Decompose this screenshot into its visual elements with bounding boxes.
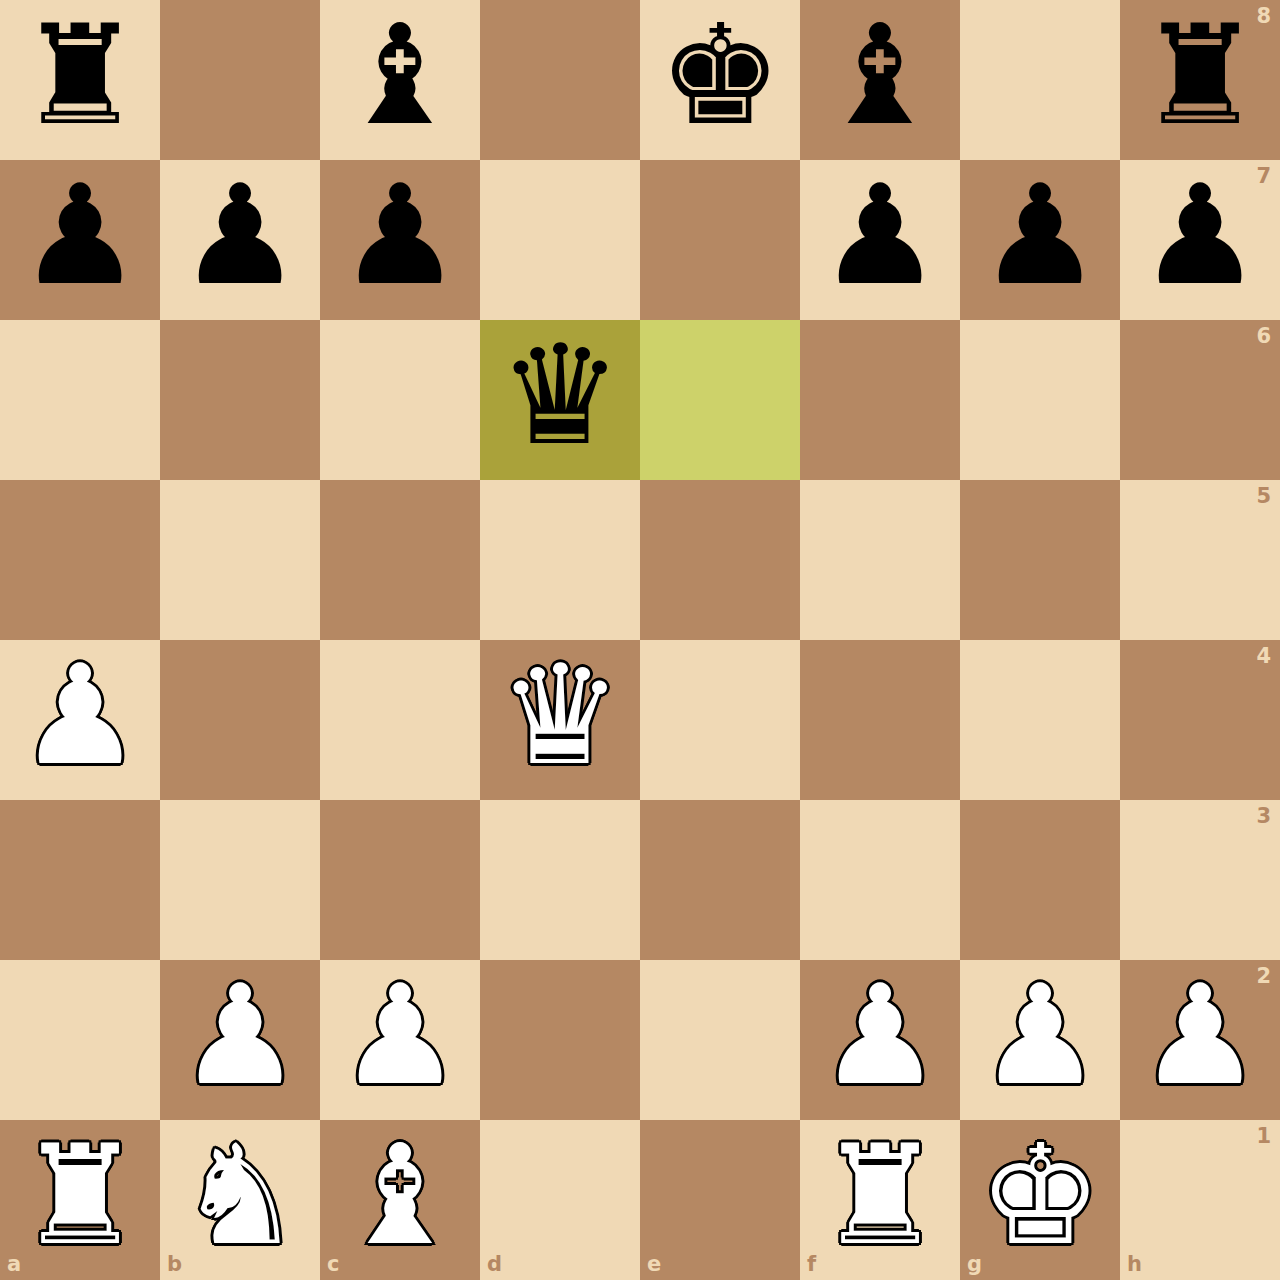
square-f7[interactable]: ♟ <box>800 160 960 320</box>
white-queen[interactable]: ♛ <box>498 636 622 796</box>
square-b3[interactable] <box>160 800 320 960</box>
square-h2[interactable]: ♟2 <box>1120 960 1280 1120</box>
square-c3[interactable] <box>320 800 480 960</box>
square-b2[interactable]: ♟ <box>160 960 320 1120</box>
white-pawn[interactable]: ♟ <box>978 956 1102 1116</box>
black-pawn[interactable]: ♟ <box>978 156 1102 316</box>
rank-label-8: 8 <box>1256 6 1271 27</box>
square-a6[interactable] <box>0 320 160 480</box>
white-pawn[interactable]: ♟ <box>1138 956 1262 1116</box>
square-b5[interactable] <box>160 480 320 640</box>
file-label-a: a <box>7 1254 21 1275</box>
white-pawn[interactable]: ♟ <box>178 956 302 1116</box>
square-h3[interactable]: 3 <box>1120 800 1280 960</box>
square-g8[interactable] <box>960 0 1120 160</box>
chess-board: ♜♝♚♝♜8♟♟♟♟♟♟7♛65♟♛43♟♟♟♟♟2♜a♞b♝cde♜f♚gh1 <box>0 0 1280 1280</box>
file-label-e: e <box>647 1254 661 1275</box>
square-a4[interactable]: ♟ <box>0 640 160 800</box>
square-a3[interactable] <box>0 800 160 960</box>
square-g7[interactable]: ♟ <box>960 160 1120 320</box>
white-king[interactable]: ♚ <box>978 1116 1102 1276</box>
square-f2[interactable]: ♟ <box>800 960 960 1120</box>
square-h5[interactable]: 5 <box>1120 480 1280 640</box>
square-c2[interactable]: ♟ <box>320 960 480 1120</box>
square-f6[interactable] <box>800 320 960 480</box>
square-e1[interactable]: e <box>640 1120 800 1280</box>
square-c6[interactable] <box>320 320 480 480</box>
rank-label-6: 6 <box>1256 326 1271 347</box>
square-g2[interactable]: ♟ <box>960 960 1120 1120</box>
file-label-c: c <box>327 1254 339 1275</box>
square-h6[interactable]: 6 <box>1120 320 1280 480</box>
black-pawn[interactable]: ♟ <box>178 156 302 316</box>
rank-label-1: 1 <box>1256 1126 1271 1147</box>
white-rook[interactable]: ♜ <box>18 1116 142 1276</box>
black-rook[interactable]: ♜ <box>1138 0 1262 156</box>
black-pawn[interactable]: ♟ <box>818 156 942 316</box>
square-h8[interactable]: ♜8 <box>1120 0 1280 160</box>
file-label-f: f <box>807 1254 816 1275</box>
square-d2[interactable] <box>480 960 640 1120</box>
square-b6[interactable] <box>160 320 320 480</box>
square-a1[interactable]: ♜a <box>0 1120 160 1280</box>
square-a7[interactable]: ♟ <box>0 160 160 320</box>
black-queen[interactable]: ♛ <box>498 316 622 476</box>
square-c8[interactable]: ♝ <box>320 0 480 160</box>
rank-label-2: 2 <box>1256 966 1271 987</box>
white-pawn[interactable]: ♟ <box>338 956 462 1116</box>
square-e5[interactable] <box>640 480 800 640</box>
square-f4[interactable] <box>800 640 960 800</box>
square-h4[interactable]: 4 <box>1120 640 1280 800</box>
square-g5[interactable] <box>960 480 1120 640</box>
black-bishop[interactable]: ♝ <box>818 0 942 156</box>
square-e6[interactable] <box>640 320 800 480</box>
black-king[interactable]: ♚ <box>658 0 782 156</box>
file-label-d: d <box>487 1254 502 1275</box>
square-d6[interactable]: ♛ <box>480 320 640 480</box>
white-pawn[interactable]: ♟ <box>818 956 942 1116</box>
black-pawn[interactable]: ♟ <box>18 156 142 316</box>
file-label-h: h <box>1127 1254 1142 1275</box>
rank-label-5: 5 <box>1256 486 1271 507</box>
square-g1[interactable]: ♚g <box>960 1120 1120 1280</box>
square-f5[interactable] <box>800 480 960 640</box>
square-d5[interactable] <box>480 480 640 640</box>
square-g4[interactable] <box>960 640 1120 800</box>
square-a5[interactable] <box>0 480 160 640</box>
square-e2[interactable] <box>640 960 800 1120</box>
square-f3[interactable] <box>800 800 960 960</box>
square-f8[interactable]: ♝ <box>800 0 960 160</box>
rank-label-3: 3 <box>1256 806 1271 827</box>
square-g3[interactable] <box>960 800 1120 960</box>
square-a2[interactable] <box>0 960 160 1120</box>
square-e3[interactable] <box>640 800 800 960</box>
black-rook[interactable]: ♜ <box>18 0 142 156</box>
rank-label-4: 4 <box>1256 646 1271 667</box>
rank-label-7: 7 <box>1256 166 1271 187</box>
square-a8[interactable]: ♜ <box>0 0 160 160</box>
square-d7[interactable] <box>480 160 640 320</box>
white-bishop[interactable]: ♝ <box>338 1116 462 1276</box>
square-h7[interactable]: ♟7 <box>1120 160 1280 320</box>
square-d4[interactable]: ♛ <box>480 640 640 800</box>
square-e4[interactable] <box>640 640 800 800</box>
square-d8[interactable] <box>480 0 640 160</box>
square-d3[interactable] <box>480 800 640 960</box>
square-b4[interactable] <box>160 640 320 800</box>
square-b1[interactable]: ♞b <box>160 1120 320 1280</box>
square-c4[interactable] <box>320 640 480 800</box>
white-rook[interactable]: ♜ <box>818 1116 942 1276</box>
square-c7[interactable]: ♟ <box>320 160 480 320</box>
black-pawn[interactable]: ♟ <box>338 156 462 316</box>
square-b8[interactable] <box>160 0 320 160</box>
black-bishop[interactable]: ♝ <box>338 0 462 156</box>
square-h1[interactable]: h1 <box>1120 1120 1280 1280</box>
white-pawn[interactable]: ♟ <box>18 636 142 796</box>
square-f1[interactable]: ♜f <box>800 1120 960 1280</box>
file-label-b: b <box>167 1254 182 1275</box>
white-knight[interactable]: ♞ <box>178 1116 302 1276</box>
file-label-g: g <box>967 1254 982 1275</box>
square-c5[interactable] <box>320 480 480 640</box>
square-e8[interactable]: ♚ <box>640 0 800 160</box>
square-c1[interactable]: ♝c <box>320 1120 480 1280</box>
square-g6[interactable] <box>960 320 1120 480</box>
square-b7[interactable]: ♟ <box>160 160 320 320</box>
square-e7[interactable] <box>640 160 800 320</box>
square-d1[interactable]: d <box>480 1120 640 1280</box>
black-pawn[interactable]: ♟ <box>1138 156 1262 316</box>
